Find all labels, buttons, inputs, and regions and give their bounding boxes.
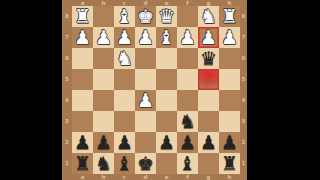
square-f8[interactable] (177, 6, 198, 27)
piece-white-pawn-h7[interactable]: ♟ (219, 27, 240, 48)
piece-white-pawn-d7[interactable]: ♟ (135, 27, 156, 48)
square-e3[interactable] (156, 111, 177, 132)
square-h4[interactable] (219, 90, 240, 111)
square-b3[interactable] (93, 111, 114, 132)
rank-label-right-3: 3 (240, 111, 247, 132)
piece-white-bishop-e7[interactable]: ♝ (156, 27, 177, 48)
piece-white-pawn-b7[interactable]: ♟ (93, 27, 114, 48)
square-b6[interactable] (93, 48, 114, 69)
square-a5[interactable] (72, 69, 93, 90)
rank-label-left-8: 8 (62, 6, 72, 27)
piece-black-pawn-g2[interactable]: ♟ (198, 132, 219, 153)
square-g3[interactable] (198, 111, 219, 132)
square-e7[interactable]: ♝ (156, 27, 177, 48)
square-f2[interactable]: ♟ (177, 132, 198, 153)
rank-label-left-2: 2 (62, 132, 72, 153)
square-h6[interactable] (219, 48, 240, 69)
square-f5[interactable] (177, 69, 198, 90)
square-a7[interactable]: ♟ (72, 27, 93, 48)
left-letterbox (0, 0, 62, 180)
piece-white-pawn-a7[interactable]: ♟ (72, 27, 93, 48)
square-f1[interactable]: ♝ (177, 153, 198, 174)
square-d3[interactable] (135, 111, 156, 132)
square-g1[interactable] (198, 153, 219, 174)
piece-black-pawn-c2[interactable]: ♟ (114, 132, 135, 153)
rank-label-left-1: 1 (62, 153, 72, 174)
board-grid: ♜♝♚♛♞♜♟♟♟♟♝♟♟♟♞♛♟♞♟♟♟♟♟♟♟♜♞♝♚♝♜ (72, 6, 240, 174)
piece-black-bishop-c1[interactable]: ♝ (114, 153, 135, 174)
square-g2[interactable]: ♟ (198, 132, 219, 153)
chessboard: ♜♝♚♛♞♜♟♟♟♟♝♟♟♟♞♛♟♞♟♟♟♟♟♟♟♜♞♝♚♝♜ aabbccdd… (62, 0, 247, 180)
file-label-top-g: g (198, 0, 219, 6)
file-label-top-b: b (93, 0, 114, 6)
square-c1[interactable]: ♝ (114, 153, 135, 174)
piece-white-rook-a8[interactable]: ♜ (72, 6, 93, 27)
square-d2[interactable] (135, 132, 156, 153)
file-label-bottom-e: e (156, 174, 177, 180)
file-label-top-h: h (219, 0, 240, 6)
square-c5[interactable] (114, 69, 135, 90)
rank-label-left-4: 4 (62, 90, 72, 111)
square-c7[interactable]: ♟ (114, 27, 135, 48)
rank-label-right-1: 1 (240, 153, 247, 174)
file-label-bottom-b: b (93, 174, 114, 180)
square-a3[interactable] (72, 111, 93, 132)
square-f3[interactable]: ♞ (177, 111, 198, 132)
rank-label-left-3: 3 (62, 111, 72, 132)
piece-white-bishop-c8[interactable]: ♝ (114, 6, 135, 27)
square-e4[interactable] (156, 90, 177, 111)
square-c8[interactable]: ♝ (114, 6, 135, 27)
square-a8[interactable]: ♜ (72, 6, 93, 27)
square-d8[interactable]: ♚ (135, 6, 156, 27)
rank-label-left-6: 6 (62, 48, 72, 69)
square-b1[interactable]: ♞ (93, 153, 114, 174)
square-h2[interactable]: ♟ (219, 132, 240, 153)
square-b4[interactable] (93, 90, 114, 111)
right-letterbox (247, 0, 320, 180)
square-e2[interactable]: ♟ (156, 132, 177, 153)
file-label-bottom-g: g (198, 174, 219, 180)
piece-black-knight-f3[interactable]: ♞ (177, 111, 198, 132)
file-label-bottom-a: a (72, 174, 93, 180)
square-a4[interactable] (72, 90, 93, 111)
square-e5[interactable] (156, 69, 177, 90)
piece-white-pawn-c7[interactable]: ♟ (114, 27, 135, 48)
piece-black-queen-g6[interactable]: ♛ (198, 48, 219, 69)
square-a6[interactable] (72, 48, 93, 69)
piece-white-queen-e8[interactable]: ♛ (156, 6, 177, 27)
file-label-bottom-h: h (219, 174, 240, 180)
square-d5[interactable] (135, 69, 156, 90)
piece-black-pawn-a2[interactable]: ♟ (72, 132, 93, 153)
piece-white-pawn-d4[interactable]: ♟ (135, 90, 156, 111)
piece-black-rook-h1[interactable]: ♜ (219, 153, 240, 174)
square-d6[interactable] (135, 48, 156, 69)
piece-white-pawn-f7[interactable]: ♟ (177, 27, 198, 48)
piece-white-pawn-g7[interactable]: ♟ (198, 27, 219, 48)
square-h5[interactable] (219, 69, 240, 90)
square-g4[interactable] (198, 90, 219, 111)
file-label-bottom-f: f (177, 174, 198, 180)
square-e6[interactable] (156, 48, 177, 69)
file-label-bottom-d: d (135, 174, 156, 180)
square-d7[interactable]: ♟ (135, 27, 156, 48)
square-c3[interactable] (114, 111, 135, 132)
rank-label-right-7: 7 (240, 27, 247, 48)
square-h3[interactable] (219, 111, 240, 132)
square-d4[interactable]: ♟ (135, 90, 156, 111)
rank-label-right-5: 5 (240, 69, 247, 90)
square-g7[interactable]: ♟ (198, 27, 219, 48)
square-c6[interactable]: ♞ (114, 48, 135, 69)
square-b8[interactable] (93, 6, 114, 27)
square-g8[interactable]: ♞ (198, 6, 219, 27)
square-a2[interactable]: ♟ (72, 132, 93, 153)
square-c2[interactable]: ♟ (114, 132, 135, 153)
square-g6[interactable]: ♛ (198, 48, 219, 69)
piece-black-king-d1[interactable]: ♚ (135, 153, 156, 174)
file-label-top-e: e (156, 0, 177, 6)
square-h8[interactable]: ♜ (219, 6, 240, 27)
square-h1[interactable]: ♜ (219, 153, 240, 174)
square-g5[interactable] (198, 69, 219, 90)
piece-black-rook-a1[interactable]: ♜ (72, 153, 93, 174)
file-label-top-f: f (177, 0, 198, 6)
square-b5[interactable] (93, 69, 114, 90)
file-label-bottom-c: c (114, 174, 135, 180)
file-label-top-a: a (72, 0, 93, 6)
square-f6[interactable] (177, 48, 198, 69)
square-b7[interactable]: ♟ (93, 27, 114, 48)
rank-label-right-6: 6 (240, 48, 247, 69)
highlight-red-border-g5 (198, 69, 219, 90)
piece-black-pawn-h2[interactable]: ♟ (219, 132, 240, 153)
chess-app-view: ♜♝♚♛♞♜♟♟♟♟♝♟♟♟♞♛♟♞♟♟♟♟♟♟♟♜♞♝♚♝♜ aabbccdd… (0, 0, 320, 180)
square-b2[interactable]: ♟ (93, 132, 114, 153)
square-f4[interactable] (177, 90, 198, 111)
square-a1[interactable]: ♜ (72, 153, 93, 174)
square-h7[interactable]: ♟ (219, 27, 240, 48)
rank-label-right-2: 2 (240, 132, 247, 153)
piece-white-knight-c6[interactable]: ♞ (114, 48, 135, 69)
piece-white-king-d8[interactable]: ♚ (135, 6, 156, 27)
rank-label-left-5: 5 (62, 69, 72, 90)
file-label-top-d: d (135, 0, 156, 6)
rank-label-right-8: 8 (240, 6, 247, 27)
square-c4[interactable] (114, 90, 135, 111)
piece-white-rook-h8[interactable]: ♜ (219, 6, 240, 27)
rank-label-left-7: 7 (62, 27, 72, 48)
file-label-top-c: c (114, 0, 135, 6)
square-d1[interactable]: ♚ (135, 153, 156, 174)
square-f7[interactable]: ♟ (177, 27, 198, 48)
piece-black-pawn-b2[interactable]: ♟ (93, 132, 114, 153)
piece-black-knight-b1[interactable]: ♞ (93, 153, 114, 174)
piece-black-pawn-f2[interactable]: ♟ (177, 132, 198, 153)
piece-black-bishop-f1[interactable]: ♝ (177, 153, 198, 174)
square-e1[interactable] (156, 153, 177, 174)
rank-label-right-4: 4 (240, 90, 247, 111)
piece-black-pawn-e2[interactable]: ♟ (156, 132, 177, 153)
square-e8[interactable]: ♛ (156, 6, 177, 27)
piece-white-knight-g8[interactable]: ♞ (198, 6, 219, 27)
